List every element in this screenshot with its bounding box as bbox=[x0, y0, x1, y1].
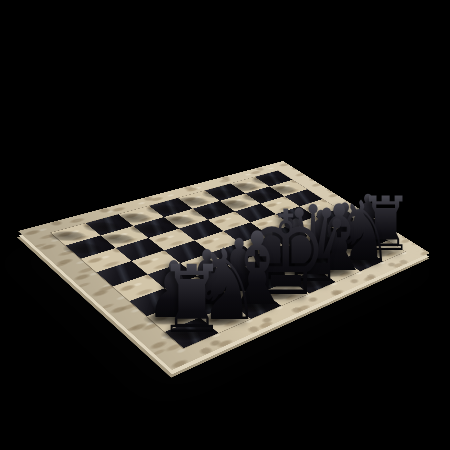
piece-black-rook-h8[interactable]: ♜ bbox=[158, 254, 225, 348]
photo-stage: ♜♞♝♚♛♝♞♜♟♟♟♟♟♟♟♟♟♟♟♟♟♟♟♟♜♞♝♚♛♝♞♜ bbox=[0, 0, 450, 450]
piece-white-pawn-h2[interactable]: ♟ bbox=[65, 187, 116, 259]
